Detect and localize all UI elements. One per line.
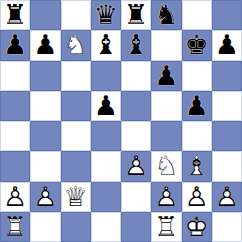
square-e1[interactable] (121, 212, 151, 242)
square-e3[interactable]: ♟♙ (121, 151, 151, 181)
square-h4[interactable] (212, 121, 242, 151)
square-h7[interactable]: ♟ (212, 30, 242, 60)
piece-white-rook[interactable]: ♜♖ (152, 212, 180, 242)
piece-black-rook[interactable]: ♜ (1, 0, 29, 30)
square-c1[interactable] (61, 212, 91, 242)
piece-glyph: ♟ (183, 91, 211, 121)
piece-black-pawn[interactable]: ♟ (183, 91, 211, 121)
piece-black-pawn[interactable]: ♟ (31, 30, 59, 60)
square-a3[interactable] (0, 151, 30, 181)
piece-white-pawn[interactable]: ♟♙ (1, 182, 29, 212)
square-d7[interactable]: ♝ (91, 30, 121, 60)
piece-glyph: ♟ (152, 61, 180, 91)
piece-glyph: ♕ (62, 182, 90, 212)
square-b8[interactable] (30, 0, 60, 30)
square-c8[interactable] (61, 0, 91, 30)
square-g6[interactable] (182, 61, 212, 91)
square-f3[interactable]: ♞♘ (151, 151, 181, 181)
piece-glyph: ♛ (92, 0, 120, 30)
piece-glyph: ♖ (1, 212, 29, 242)
square-b6[interactable] (30, 61, 60, 91)
square-c2[interactable]: ♛♕ (61, 182, 91, 212)
square-f1[interactable]: ♜♖ (151, 212, 181, 242)
square-h6[interactable] (212, 61, 242, 91)
square-a7[interactable]: ♟ (0, 30, 30, 60)
piece-glyph: ♜ (1, 0, 29, 30)
piece-glyph: ♙ (122, 151, 150, 181)
piece-glyph: ♟ (92, 91, 120, 121)
square-b7[interactable]: ♟ (30, 30, 60, 60)
square-b4[interactable] (30, 121, 60, 151)
square-c3[interactable] (61, 151, 91, 181)
square-e2[interactable] (121, 182, 151, 212)
piece-glyph: ♙ (31, 182, 59, 212)
square-g3[interactable]: ♝♗ (182, 151, 212, 181)
square-f6[interactable]: ♟ (151, 61, 181, 91)
square-d8[interactable]: ♛ (91, 0, 121, 30)
square-h3[interactable] (212, 151, 242, 181)
square-d4[interactable] (91, 121, 121, 151)
piece-white-rook[interactable]: ♜♖ (1, 212, 29, 242)
piece-glyph: ♘ (152, 151, 180, 181)
square-g4[interactable] (182, 121, 212, 151)
piece-black-pawn[interactable]: ♟ (92, 91, 120, 121)
square-e7[interactable]: ♝ (121, 30, 151, 60)
piece-glyph: ♙ (152, 182, 180, 212)
square-h1[interactable] (212, 212, 242, 242)
square-c7[interactable]: ♞♘ (61, 30, 91, 60)
piece-white-pawn[interactable]: ♟♙ (183, 182, 211, 212)
piece-black-bishop[interactable]: ♝ (92, 30, 120, 60)
piece-black-pawn[interactable]: ♟ (152, 61, 180, 91)
square-h2[interactable]: ♟♙ (212, 182, 242, 212)
square-a4[interactable] (0, 121, 30, 151)
square-e8[interactable]: ♜ (121, 0, 151, 30)
piece-white-knight[interactable]: ♞♘ (152, 151, 180, 181)
piece-black-pawn[interactable]: ♟ (1, 30, 29, 60)
square-e5[interactable] (121, 91, 151, 121)
square-f4[interactable] (151, 121, 181, 151)
square-d5[interactable]: ♟ (91, 91, 121, 121)
piece-glyph: ♗ (183, 151, 211, 181)
square-g1[interactable]: ♚♔ (182, 212, 212, 242)
square-d2[interactable] (91, 182, 121, 212)
piece-glyph: ♝ (122, 30, 150, 60)
square-a2[interactable]: ♟♙ (0, 182, 30, 212)
piece-glyph: ♟ (213, 30, 241, 60)
square-g2[interactable]: ♟♙ (182, 182, 212, 212)
square-b2[interactable]: ♟♙ (30, 182, 60, 212)
piece-white-pawn[interactable]: ♟♙ (213, 182, 241, 212)
piece-white-pawn[interactable]: ♟♙ (122, 151, 150, 181)
piece-black-queen[interactable]: ♛ (92, 0, 120, 30)
piece-glyph: ♟ (31, 30, 59, 60)
piece-glyph: ♚ (183, 30, 211, 60)
square-e6[interactable] (121, 61, 151, 91)
square-g7[interactable]: ♚ (182, 30, 212, 60)
square-b1[interactable] (30, 212, 60, 242)
square-b5[interactable] (30, 91, 60, 121)
square-c4[interactable] (61, 121, 91, 151)
square-g8[interactable] (182, 0, 212, 30)
square-a1[interactable]: ♜♖ (0, 212, 30, 242)
square-e4[interactable] (121, 121, 151, 151)
square-b3[interactable] (30, 151, 60, 181)
square-f2[interactable]: ♟♙ (151, 182, 181, 212)
piece-glyph: ♙ (183, 182, 211, 212)
square-a8[interactable]: ♜ (0, 0, 30, 30)
piece-black-king[interactable]: ♚ (183, 30, 211, 60)
square-h5[interactable] (212, 91, 242, 121)
piece-glyph: ♘ (62, 30, 90, 60)
piece-glyph: ♜ (122, 0, 150, 30)
square-g5[interactable]: ♟ (182, 91, 212, 121)
square-d6[interactable] (91, 61, 121, 91)
piece-white-queen[interactable]: ♛♕ (62, 182, 90, 212)
piece-white-bishop[interactable]: ♝♗ (183, 151, 211, 181)
piece-black-bishop[interactable]: ♝ (122, 30, 150, 60)
piece-glyph: ♝ (92, 30, 120, 60)
square-f8[interactable]: ♞ (151, 0, 181, 30)
piece-glyph: ♖ (152, 212, 180, 242)
piece-white-pawn[interactable]: ♟♙ (31, 182, 59, 212)
piece-glyph: ♟ (1, 30, 29, 60)
piece-black-pawn[interactable]: ♟ (213, 30, 241, 60)
piece-black-knight[interactable]: ♞ (152, 0, 180, 30)
square-c6[interactable] (61, 61, 91, 91)
square-a5[interactable] (0, 91, 30, 121)
square-f5[interactable] (151, 91, 181, 121)
piece-white-king[interactable]: ♚♔ (183, 212, 211, 242)
piece-glyph: ♞ (152, 0, 180, 30)
piece-white-pawn[interactable]: ♟♙ (152, 182, 180, 212)
square-f7[interactable] (151, 30, 181, 60)
piece-glyph: ♙ (213, 182, 241, 212)
square-c5[interactable] (61, 91, 91, 121)
piece-white-knight[interactable]: ♞♘ (62, 30, 90, 60)
piece-glyph: ♙ (1, 182, 29, 212)
piece-black-rook[interactable]: ♜ (122, 0, 150, 30)
square-h8[interactable] (212, 0, 242, 30)
piece-glyph: ♔ (183, 212, 211, 242)
square-d3[interactable] (91, 151, 121, 181)
square-a6[interactable] (0, 61, 30, 91)
chess-board: ♜♛♜♞♟♟♞♘♝♝♚♟♟♟♟♟♙♞♘♝♗♟♙♟♙♛♕♟♙♟♙♟♙♜♖♜♖♚♔ (0, 0, 242, 242)
square-d1[interactable] (91, 212, 121, 242)
